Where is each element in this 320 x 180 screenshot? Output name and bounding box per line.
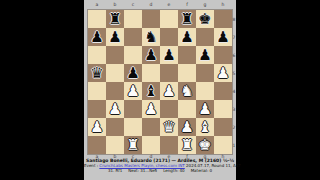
square-g1[interactable]: ♚	[196, 136, 214, 154]
coord-label-c: c	[124, 2, 142, 8]
square-b5[interactable]	[106, 64, 124, 82]
black-pawn[interactable]: ♟	[160, 46, 178, 64]
coord-label-7: 7	[232, 28, 236, 46]
square-d4[interactable]: ♝	[142, 82, 160, 100]
square-b2[interactable]	[106, 118, 124, 136]
square-d7[interactable]: ♞	[142, 28, 160, 46]
coord-label-g: g	[196, 2, 214, 8]
square-a1[interactable]	[88, 136, 106, 154]
white-queen[interactable]: ♛	[160, 118, 178, 136]
square-g8[interactable]: ♚	[196, 10, 214, 28]
coord-label-h: h	[214, 2, 232, 8]
next-move: Next: 31...Ne5	[128, 168, 157, 173]
square-g2[interactable]: ♝	[196, 118, 214, 136]
square-f7[interactable]: ♟	[178, 28, 196, 46]
square-f1[interactable]: ♜	[178, 136, 196, 154]
square-a5[interactable]: ♛	[88, 64, 106, 82]
square-e8[interactable]	[160, 10, 178, 28]
square-f6[interactable]	[178, 46, 196, 64]
white-pawn[interactable]: ♟	[142, 100, 160, 118]
material-balance: Material: 0	[191, 168, 212, 173]
coord-label-1: 1	[232, 136, 236, 154]
square-a7[interactable]: ♟	[88, 28, 106, 46]
square-e5[interactable]	[160, 64, 178, 82]
square-e7[interactable]	[160, 28, 178, 46]
black-knight[interactable]: ♞	[142, 28, 160, 46]
square-h1[interactable]	[214, 136, 232, 154]
black-pawn[interactable]: ♟	[178, 28, 196, 46]
coord-label-a: a	[88, 2, 106, 8]
white-knight[interactable]: ♞	[178, 82, 196, 100]
square-b3[interactable]: ♟	[106, 100, 124, 118]
coord-label-f: f	[178, 2, 196, 8]
white-king[interactable]: ♚	[196, 136, 214, 154]
square-f5[interactable]	[178, 64, 196, 82]
square-h6[interactable]	[214, 46, 232, 64]
square-e6[interactable]: ♟	[160, 46, 178, 64]
square-b7[interactable]: ♟	[106, 28, 124, 46]
square-a2[interactable]: ♟	[88, 118, 106, 136]
square-a3[interactable]	[88, 100, 106, 118]
game-panel: abcdefgh ♜♜♚♟♟♞♟♟♟♟♟♛♟♟♟♝♟♞♟♟♟♟♛♟♝♜♜♚ 87…	[84, 0, 236, 180]
coord-label-6: 6	[232, 46, 236, 64]
square-c2[interactable]	[124, 118, 142, 136]
white-rook[interactable]: ♜	[124, 136, 142, 154]
black-pawn[interactable]: ♟	[124, 64, 142, 82]
square-g6[interactable]: ♟	[196, 46, 214, 64]
square-h3[interactable]	[214, 100, 232, 118]
square-h2[interactable]	[214, 118, 232, 136]
coord-label-4: 4	[232, 82, 236, 100]
square-h4[interactable]	[214, 82, 232, 100]
black-pawn[interactable]: ♟	[106, 28, 124, 46]
white-pawn[interactable]: ♟	[124, 82, 142, 100]
square-e3[interactable]	[160, 100, 178, 118]
event-label: Event :	[84, 163, 99, 168]
square-a8[interactable]	[88, 10, 106, 28]
caption-area: Santiago Bonelli, Eduardo (2171) — Ardil…	[84, 158, 236, 173]
square-g7[interactable]	[196, 28, 214, 46]
coord-label-8: 8	[232, 10, 236, 28]
square-c4[interactable]: ♟	[124, 82, 142, 100]
square-d6[interactable]: ♟	[142, 46, 160, 64]
square-b1[interactable]	[106, 136, 124, 154]
square-a4[interactable]	[88, 82, 106, 100]
white-pawn[interactable]: ♟	[88, 118, 106, 136]
square-f2[interactable]: ♟	[178, 118, 196, 136]
square-g4[interactable]	[196, 82, 214, 100]
coord-label-3: 3	[232, 100, 236, 118]
square-c1[interactable]: ♜	[124, 136, 142, 154]
square-h8[interactable]	[214, 10, 232, 28]
square-e4[interactable]: ♟	[160, 82, 178, 100]
square-e1[interactable]	[160, 136, 178, 154]
current-move: 31. Rf1	[108, 168, 122, 173]
square-a6[interactable]	[88, 46, 106, 64]
square-d2[interactable]	[142, 118, 160, 136]
black-bishop[interactable]: ♝	[142, 82, 160, 100]
black-pawn[interactable]: ♟	[142, 46, 160, 64]
black-king[interactable]: ♚	[196, 10, 214, 28]
coord-label-b: b	[106, 2, 124, 8]
black-rook[interactable]: ♜	[106, 10, 124, 28]
white-rook[interactable]: ♜	[178, 136, 196, 154]
black-pawn[interactable]: ♟	[214, 28, 232, 46]
square-d5[interactable]	[142, 64, 160, 82]
square-h5[interactable]: ♟	[214, 64, 232, 82]
black-pawn[interactable]: ♟	[196, 46, 214, 64]
square-c5[interactable]: ♟	[124, 64, 142, 82]
square-c6[interactable]	[124, 46, 142, 64]
white-pawn[interactable]: ♟	[196, 100, 214, 118]
file-labels-top: abcdefgh	[88, 2, 232, 8]
black-pawn[interactable]: ♟	[88, 28, 106, 46]
white-pawn[interactable]: ♟	[106, 100, 124, 118]
coord-label-e: e	[160, 2, 178, 8]
square-e2[interactable]: ♛	[160, 118, 178, 136]
square-g5[interactable]	[196, 64, 214, 82]
square-f3[interactable]	[178, 100, 196, 118]
square-c8[interactable]	[124, 10, 142, 28]
white-bishop[interactable]: ♝	[196, 118, 214, 136]
square-d1[interactable]	[142, 136, 160, 154]
coord-label-5: 5	[232, 64, 236, 82]
square-b4[interactable]	[106, 82, 124, 100]
rank-labels-right: 87654321	[232, 10, 236, 154]
square-h7[interactable]: ♟	[214, 28, 232, 46]
square-d8[interactable]	[142, 10, 160, 28]
coord-label-2: 2	[232, 118, 236, 136]
coord-label-d: d	[142, 2, 160, 8]
square-b6[interactable]	[106, 46, 124, 64]
black-queen[interactable]: ♛	[88, 64, 106, 82]
video-frame: abcdefgh ♜♜♚♟♟♞♟♟♟♟♟♛♟♟♟♝♟♞♟♟♟♟♛♟♝♜♜♚ 87…	[0, 0, 320, 180]
white-pawn[interactable]: ♟	[214, 64, 232, 82]
chess-board[interactable]: ♜♜♚♟♟♞♟♟♟♟♟♛♟♟♟♝♟♞♟♟♟♟♛♟♝♜♜♚	[88, 10, 232, 154]
black-rook[interactable]: ♜	[178, 10, 196, 28]
white-pawn[interactable]: ♟	[160, 82, 178, 100]
square-d3[interactable]: ♟	[142, 100, 160, 118]
square-b8[interactable]: ♜	[106, 10, 124, 28]
square-f8[interactable]: ♜	[178, 10, 196, 28]
move-info-line: 31. Rf1Next: 31...Ne5Length: 40Material:…	[84, 168, 236, 173]
white-pawn[interactable]: ♟	[178, 118, 196, 136]
square-g3[interactable]: ♟	[196, 100, 214, 118]
square-c7[interactable]	[124, 28, 142, 46]
square-c3[interactable]	[124, 100, 142, 118]
game-length: Length: 40	[163, 168, 185, 173]
square-f4[interactable]: ♞	[178, 82, 196, 100]
